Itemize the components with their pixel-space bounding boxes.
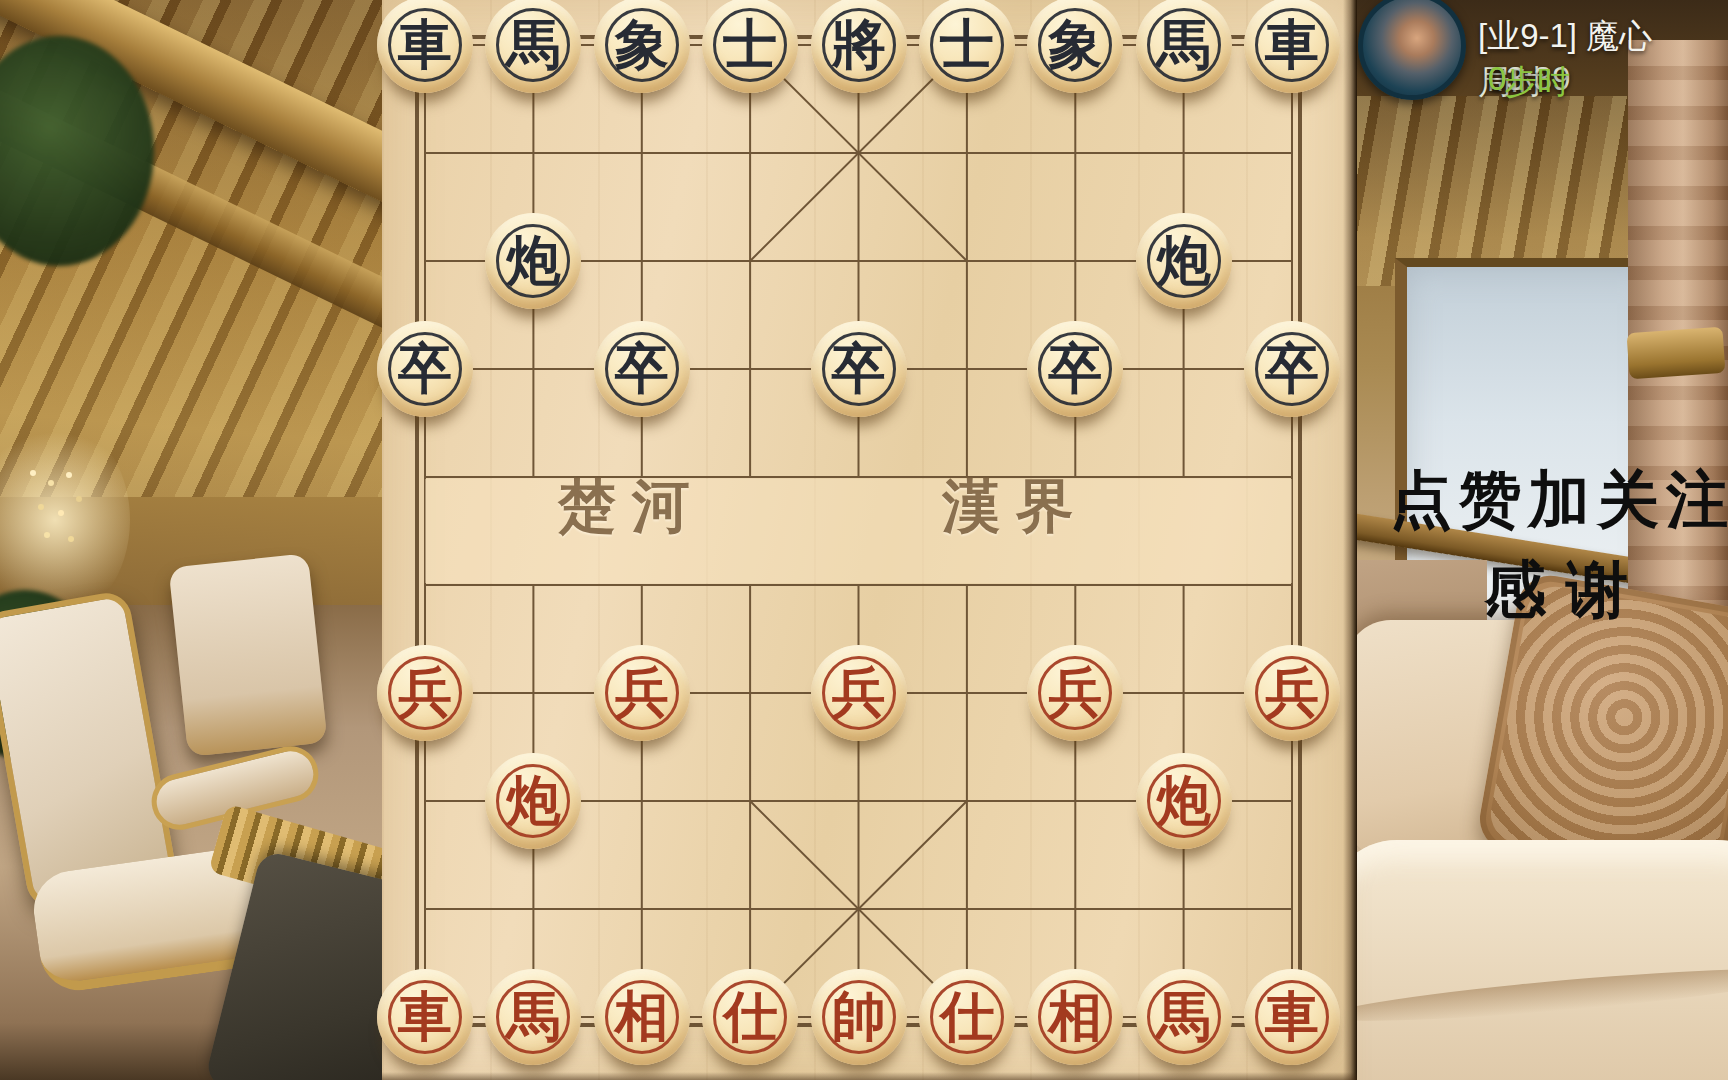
piece-glyph: 帥 [832,990,886,1044]
black-卒-piece[interactable]: 卒 [1027,321,1123,417]
river-band [425,479,1292,583]
piece-glyph: 兵 [832,666,886,720]
piece-glyph: 車 [398,18,452,72]
piece-glyph: 相 [615,990,669,1044]
sofa-seat [1357,840,1728,1080]
red-帥-piece[interactable]: 帥 [811,969,907,1065]
piece-glyph: 馬 [506,18,560,72]
black-象-piece[interactable]: 象 [594,0,690,93]
black-卒-piece[interactable]: 卒 [594,321,690,417]
black-炮-piece[interactable]: 炮 [485,213,581,309]
piece-glyph: 象 [1048,18,1102,72]
piece-glyph: 車 [1265,18,1319,72]
column-capital [1627,327,1726,380]
board-frame [382,1072,1357,1080]
red-仕-piece[interactable]: 仕 [702,969,798,1065]
red-炮-piece[interactable]: 炮 [1136,753,1232,849]
red-馬-piece[interactable]: 馬 [1136,969,1232,1065]
red-兵-piece[interactable]: 兵 [811,645,907,741]
black-車-piece[interactable]: 車 [377,0,473,93]
piece-glyph: 將 [832,18,886,72]
player-name: [业9-1] 魔心 [1478,14,1652,59]
red-車-piece[interactable]: 車 [377,969,473,1065]
piece-glyph: 兵 [1265,666,1319,720]
piece-glyph: 車 [1265,990,1319,1044]
piece-glyph: 炮 [506,774,560,828]
red-仕-piece[interactable]: 仕 [919,969,1015,1065]
black-將-piece[interactable]: 將 [811,0,907,93]
board-frame [1343,0,1357,1080]
piece-glyph: 炮 [1157,774,1211,828]
piece-glyph: 馬 [1157,18,1211,72]
piece-glyph: 卒 [1265,342,1319,396]
piece-glyph: 車 [398,990,452,1044]
piece-glyph: 士 [723,18,777,72]
red-兵-piece[interactable]: 兵 [1244,645,1340,741]
black-卒-piece[interactable]: 卒 [1244,321,1340,417]
piece-glyph: 卒 [398,342,452,396]
red-相-piece[interactable]: 相 [1027,969,1123,1065]
player-avatar[interactable] [1358,0,1466,100]
screen: 楚河 漢界 車馬象士將士象馬車炮炮卒卒卒卒卒兵兵兵兵兵炮炮車馬相仕帥仕相馬車 [… [0,0,1728,1080]
piece-glyph: 兵 [1048,666,1102,720]
red-兵-piece[interactable]: 兵 [1027,645,1123,741]
xiangqi-board[interactable]: 楚河 漢界 車馬象士將士象馬車炮炮卒卒卒卒卒兵兵兵兵兵炮炮車馬相仕帥仕相馬車 [382,0,1357,1080]
step-time-label: 步时 [1504,60,1570,105]
red-相-piece[interactable]: 相 [594,969,690,1065]
black-士-piece[interactable]: 士 [702,0,798,93]
red-兵-piece[interactable]: 兵 [594,645,690,741]
follow-banner-line1: 点赞加关注 [1390,458,1728,542]
piece-glyph: 卒 [615,342,669,396]
black-炮-piece[interactable]: 炮 [1136,213,1232,309]
black-車-piece[interactable]: 車 [1244,0,1340,93]
black-卒-piece[interactable]: 卒 [811,321,907,417]
river-label-left: 楚河 [558,468,706,546]
piece-glyph: 炮 [506,234,560,288]
piece-glyph: 炮 [1157,234,1211,288]
follow-banner-line2: 感谢 [1484,548,1648,632]
piece-glyph: 仕 [940,990,994,1044]
piece-glyph: 兵 [398,666,452,720]
piece-glyph: 相 [1048,990,1102,1044]
red-兵-piece[interactable]: 兵 [377,645,473,741]
red-炮-piece[interactable]: 炮 [485,753,581,849]
player-info: [业9-1] 魔心 局时03:39步时0 [1350,0,1728,110]
piece-glyph: 仕 [723,990,777,1044]
black-卒-piece[interactable]: 卒 [377,321,473,417]
black-士-piece[interactable]: 士 [919,0,1015,93]
piece-glyph: 卒 [1048,342,1102,396]
piece-glyph: 兵 [615,666,669,720]
chandelier-crystals [30,470,36,476]
piece-glyph: 卒 [832,342,886,396]
piece-glyph: 象 [615,18,669,72]
left-background-photo [0,0,382,1080]
armchair [168,553,327,757]
black-馬-piece[interactable]: 馬 [1136,0,1232,93]
piece-glyph: 士 [940,18,994,72]
piece-glyph: 馬 [506,990,560,1044]
step-time-value: 0 [1488,60,1506,98]
piece-glyph: 馬 [1157,990,1211,1044]
red-馬-piece[interactable]: 馬 [485,969,581,1065]
river-label-right: 漢界 [942,468,1090,546]
red-車-piece[interactable]: 車 [1244,969,1340,1065]
